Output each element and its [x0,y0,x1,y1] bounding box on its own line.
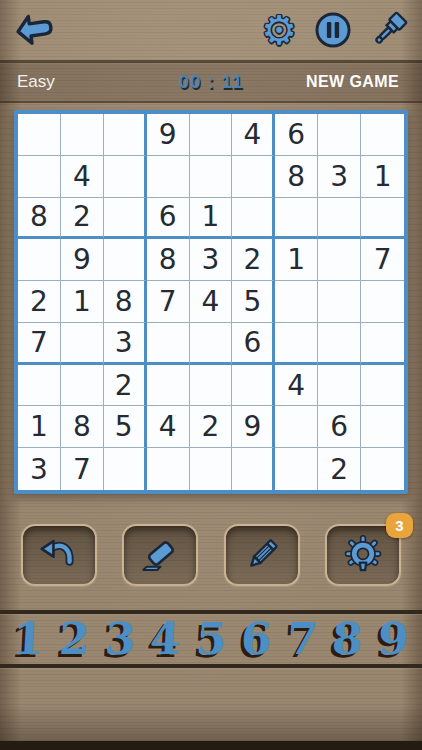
cell-r9c4[interactable] [147,448,190,490]
cell-r2c7[interactable]: 8 [275,156,318,198]
topbar-right-icons: ⚙ [261,10,409,50]
cell-r8c2[interactable]: 8 [61,406,104,448]
numpad-digit-8[interactable]: 8 [331,617,364,661]
cell-r5c3[interactable]: 8 [104,281,147,323]
cell-r4c9[interactable]: 7 [361,239,404,281]
cell-r2c1[interactable] [18,156,61,198]
cell-r1c6[interactable]: 4 [232,114,275,156]
cell-r9c8[interactable]: 2 [318,448,361,490]
cell-r4c7[interactable]: 1 [275,239,318,281]
back-button[interactable] [13,11,57,49]
cell-r1c1[interactable] [18,114,61,156]
cell-r5c1[interactable]: 2 [18,281,61,323]
cell-r8c1[interactable]: 1 [18,406,61,448]
cell-r4c5[interactable]: 3 [190,239,233,281]
numpad-digit-4[interactable]: 4 [149,617,182,661]
pause-icon [314,11,352,49]
settings-button[interactable]: ⚙ [261,10,297,50]
erase-button[interactable] [122,524,198,586]
pencil-icon [242,535,282,575]
cell-r5c6[interactable]: 5 [232,281,275,323]
cell-r8c7[interactable] [275,406,318,448]
timer: 00 : 11 [178,71,243,93]
cell-r3c4[interactable]: 6 [147,198,190,240]
back-arrow-icon [13,11,57,49]
eraser-icon [140,537,180,573]
cell-r6c3[interactable]: 3 [104,323,147,365]
cell-r4c3[interactable] [104,239,147,281]
cell-r1c5[interactable] [190,114,233,156]
cell-r5c5[interactable]: 4 [190,281,233,323]
bottom-band [0,741,422,750]
cell-r3c1[interactable]: 8 [18,198,61,240]
cell-r9c6[interactable] [232,448,275,490]
gear-icon: ⚙ [261,10,297,50]
cell-r7c1[interactable] [18,365,61,407]
numpad-digit-7[interactable]: 7 [286,617,319,661]
cell-r5c7[interactable] [275,281,318,323]
cell-r9c2[interactable]: 7 [61,448,104,490]
sudoku-board: 94648318261983217218745736241854296372 [14,110,408,494]
groove-bottom [0,664,422,668]
numpad-digit-6[interactable]: 6 [240,617,273,661]
cell-r8c6[interactable]: 9 [232,406,275,448]
cell-r2c3[interactable] [104,156,147,198]
pause-button[interactable] [314,11,352,49]
cell-r6c9[interactable] [361,323,404,365]
theme-brush-button[interactable] [369,10,409,50]
cell-r9c3[interactable] [104,448,147,490]
tool-bar: 3 [0,524,422,586]
cell-r7c7[interactable]: 4 [275,365,318,407]
numpad-digit-2[interactable]: 2 [58,617,91,661]
cell-r2c5[interactable] [190,156,233,198]
numpad-digit-9[interactable]: 9 [377,617,410,661]
cell-r3c5[interactable]: 1 [190,198,233,240]
cell-r7c2[interactable] [61,365,104,407]
cell-r3c7[interactable] [275,198,318,240]
cell-r3c6[interactable] [232,198,275,240]
cell-r4c4[interactable]: 8 [147,239,190,281]
cell-r3c9[interactable] [361,198,404,240]
cell-r3c3[interactable] [104,198,147,240]
cell-r8c8[interactable]: 6 [318,406,361,448]
cell-r7c5[interactable] [190,365,233,407]
new-game-button[interactable]: NEW GAME [300,72,405,92]
cell-r2c6[interactable] [232,156,275,198]
cell-r4c6[interactable]: 2 [232,239,275,281]
cell-r6c4[interactable] [147,323,190,365]
cell-r6c2[interactable] [61,323,104,365]
numpad-digit-1[interactable]: 1 [12,617,45,661]
light-bulb-icon [342,535,384,575]
cell-r2c9[interactable]: 1 [361,156,404,198]
cell-r1c2[interactable] [61,114,104,156]
cell-r7c6[interactable] [232,365,275,407]
cell-r1c3[interactable] [104,114,147,156]
cell-r7c3[interactable]: 2 [104,365,147,407]
cell-r7c4[interactable] [147,365,190,407]
numpad-section: 123456789 [0,610,422,668]
paintbrush-icon [369,10,409,50]
sudoku-app: ⚙ [0,0,422,750]
cell-r3c2[interactable]: 2 [61,198,104,240]
numpad-digit-5[interactable]: 5 [194,617,227,661]
status-bar: Easy 00 : 11 NEW GAME [0,63,422,103]
cell-r6c8[interactable] [318,323,361,365]
cell-r6c1[interactable]: 7 [18,323,61,365]
cell-r1c9[interactable] [361,114,404,156]
cell-r6c7[interactable] [275,323,318,365]
undo-arrow-icon [39,538,79,572]
undo-button[interactable] [21,524,97,586]
cell-r1c8[interactable] [318,114,361,156]
difficulty-label: Easy [17,72,55,92]
cell-r5c2[interactable]: 1 [61,281,104,323]
cell-r4c8[interactable] [318,239,361,281]
cell-r9c5[interactable] [190,448,233,490]
cell-r7c9[interactable] [361,365,404,407]
cell-r6c5[interactable] [190,323,233,365]
cell-r5c9[interactable] [361,281,404,323]
cell-r8c3[interactable]: 5 [104,406,147,448]
top-bar: ⚙ [0,0,422,63]
numpad-digit-3[interactable]: 3 [103,617,136,661]
cell-r1c7[interactable]: 6 [275,114,318,156]
cell-r5c4[interactable]: 7 [147,281,190,323]
cell-r9c7[interactable] [275,448,318,490]
cell-r8c9[interactable] [361,406,404,448]
pencil-button[interactable] [224,524,300,586]
cell-r8c4[interactable]: 4 [147,406,190,448]
cell-r2c4[interactable] [147,156,190,198]
cell-r4c1[interactable] [18,239,61,281]
cell-r2c2[interactable]: 4 [61,156,104,198]
cell-r7c8[interactable] [318,365,361,407]
cell-r1c4[interactable]: 9 [147,114,190,156]
cell-r9c1[interactable]: 3 [18,448,61,490]
hint-button[interactable]: 3 [325,524,401,586]
cell-r5c8[interactable] [318,281,361,323]
cell-r9c9[interactable] [361,448,404,490]
cell-r3c8[interactable] [318,198,361,240]
cell-r4c2[interactable]: 9 [61,239,104,281]
number-pad: 123456789 [0,614,422,664]
cell-r6c6[interactable]: 6 [232,323,275,365]
cell-r2c8[interactable]: 3 [318,156,361,198]
hint-count-badge: 3 [386,513,413,538]
cell-r8c5[interactable]: 2 [190,406,233,448]
